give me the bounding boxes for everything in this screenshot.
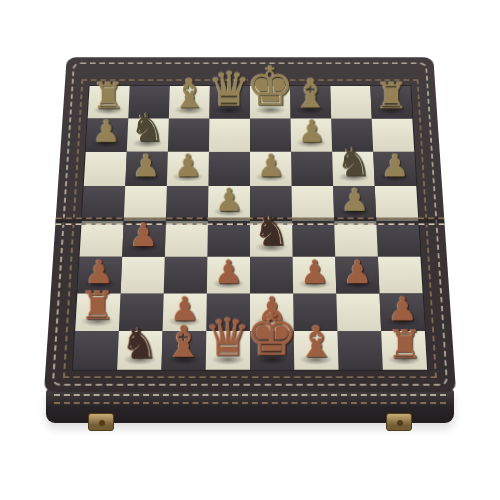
square-a6[interactable]: [84, 152, 127, 186]
square-f6[interactable]: [291, 152, 333, 186]
square-h3[interactable]: [378, 257, 423, 294]
square-h6[interactable]: ♟: [373, 152, 416, 186]
square-h5[interactable]: [375, 186, 419, 221]
square-g2[interactable]: [336, 293, 381, 331]
square-h8[interactable]: ♜: [370, 86, 412, 118]
side-stitching-cream: [54, 394, 446, 396]
chess-set-photo: ♜♝♛♚♝♜♟♞♟♟♟♟♞♟♟♟♟♞♟♟♟♟♜♟♟♟♞♝♛♚♝♜: [0, 0, 500, 500]
black-pawn-f7[interactable]: ♟: [297, 116, 325, 147]
black-knight-g6[interactable]: ♞: [336, 142, 371, 182]
square-e4[interactable]: ♞: [250, 221, 293, 257]
black-pawn-h6[interactable]: ♟: [381, 149, 409, 181]
square-c8[interactable]: ♝: [169, 86, 210, 118]
black-knight-b7[interactable]: ♞: [130, 108, 165, 147]
square-b6[interactable]: ♟: [125, 152, 168, 186]
square-b4[interactable]: ♟: [122, 221, 166, 257]
square-d3[interactable]: ♟: [207, 257, 250, 294]
square-d8[interactable]: ♛: [209, 86, 250, 118]
side-stitching-tan: [54, 402, 446, 404]
board[interactable]: ♜♝♛♚♝♜♟♞♟♟♟♟♞♟♟♟♟♞♟♟♟♟♜♟♟♟♞♝♛♚♝♜: [73, 86, 427, 370]
fold-seam: [55, 218, 444, 226]
white-knight-e4[interactable]: ♞: [253, 211, 289, 252]
square-b1[interactable]: ♞: [117, 331, 162, 370]
latch-left-icon: [88, 413, 114, 431]
square-f5[interactable]: [292, 186, 335, 221]
white-bishop-c1[interactable]: ♝: [164, 320, 204, 364]
square-f3[interactable]: ♟: [293, 257, 337, 294]
square-e6[interactable]: ♟: [250, 152, 292, 186]
square-e8[interactable]: ♚: [250, 86, 291, 118]
black-pawn-b6[interactable]: ♟: [132, 149, 160, 181]
white-knight-b1[interactable]: ♞: [121, 322, 159, 364]
square-g3[interactable]: ♟: [335, 257, 379, 294]
black-bishop-f8[interactable]: ♝: [293, 73, 329, 114]
black-pawn-g5[interactable]: ♟: [341, 184, 370, 216]
latch-right-icon: [386, 413, 412, 431]
square-e3[interactable]: [250, 257, 293, 294]
black-bishop-c8[interactable]: ♝: [171, 73, 207, 114]
square-f1[interactable]: ♝: [294, 331, 339, 370]
black-pawn-a7[interactable]: ♟: [93, 116, 121, 147]
white-pawn-b4[interactable]: ♟: [129, 219, 158, 251]
white-rook-h1[interactable]: ♜: [387, 324, 423, 364]
square-a2[interactable]: ♜: [75, 293, 120, 331]
square-h1[interactable]: ♜: [381, 331, 427, 370]
white-pawn-g3[interactable]: ♟: [343, 255, 372, 288]
square-a1[interactable]: [73, 331, 119, 370]
white-pawn-d3[interactable]: ♟: [214, 255, 243, 288]
square-h4[interactable]: [376, 221, 420, 257]
square-d5[interactable]: ♟: [208, 186, 250, 221]
white-rook-a2[interactable]: ♜: [80, 286, 115, 325]
board-case: ♜♝♛♚♝♜♟♞♟♟♟♟♞♟♟♟♟♞♟♟♟♟♜♟♟♟♞♝♛♚♝♜: [44, 57, 456, 392]
square-b3[interactable]: [121, 257, 165, 294]
square-c3[interactable]: [164, 257, 208, 294]
white-queen-d1[interactable]: ♛: [204, 312, 251, 365]
black-pawn-d5[interactable]: ♟: [215, 184, 244, 216]
square-d1[interactable]: ♛: [206, 331, 250, 370]
black-king-e8[interactable]: ♚: [246, 60, 294, 114]
square-c5[interactable]: [166, 186, 209, 221]
square-a5[interactable]: [82, 186, 126, 221]
square-g5[interactable]: ♟: [333, 186, 376, 221]
square-a7[interactable]: ♟: [86, 119, 129, 152]
square-c6[interactable]: ♟: [167, 152, 209, 186]
black-rook-h8[interactable]: ♜: [375, 77, 408, 114]
white-bishop-f1[interactable]: ♝: [296, 320, 336, 364]
black-pawn-e6[interactable]: ♟: [257, 149, 285, 181]
white-king-e1[interactable]: ♚: [246, 305, 299, 364]
square-c4[interactable]: [165, 221, 208, 257]
square-g8[interactable]: [330, 86, 372, 118]
square-d7[interactable]: [209, 119, 250, 152]
square-c1[interactable]: ♝: [161, 331, 206, 370]
black-pawn-c6[interactable]: ♟: [174, 149, 202, 181]
black-rook-a8[interactable]: ♜: [92, 77, 125, 114]
white-pawn-f3[interactable]: ♟: [300, 255, 329, 288]
square-f7[interactable]: ♟: [291, 119, 333, 152]
square-g1[interactable]: [337, 331, 382, 370]
black-queen-d8[interactable]: ♛: [208, 66, 251, 114]
case-front-side: [46, 389, 454, 423]
square-e1[interactable]: ♚: [250, 331, 294, 370]
